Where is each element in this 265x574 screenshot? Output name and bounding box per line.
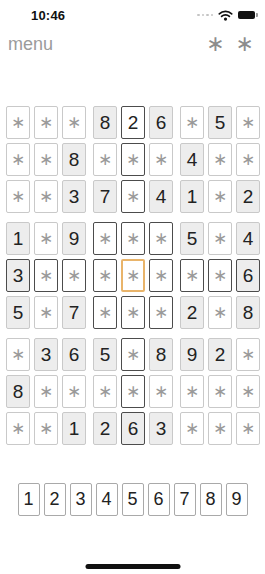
- cell-r3c3[interactable]: 3: [62, 180, 86, 213]
- cell-r5c9[interactable]: 6: [236, 259, 260, 292]
- cell-r9c1[interactable]: ∗: [6, 412, 30, 445]
- clock: 10:46: [31, 8, 65, 23]
- cell-r5c6[interactable]: ∗: [149, 259, 173, 292]
- cell-r3c5[interactable]: ∗: [121, 180, 145, 213]
- numpad-button-1[interactable]: 1: [18, 483, 40, 516]
- board-row-8: 8∗∗∗∗∗∗∗∗: [6, 375, 260, 408]
- cell-r2c8[interactable]: ∗: [208, 143, 232, 176]
- cell-r2c5[interactable]: ∗: [121, 143, 145, 176]
- cell-r5c8[interactable]: ∗: [208, 259, 232, 292]
- cell-r3c2[interactable]: ∗: [34, 180, 58, 213]
- cell-r5c7[interactable]: ∗: [180, 259, 204, 292]
- board-row-5: 3∗∗∗∗∗∗∗6: [6, 259, 260, 292]
- cell-r1c4[interactable]: 8: [93, 106, 117, 139]
- cell-r8c9[interactable]: ∗: [236, 375, 260, 408]
- lives-indicator: ∗∗: [206, 33, 254, 55]
- cell-r1c7[interactable]: ∗: [180, 106, 204, 139]
- cell-r6c6[interactable]: ∗: [149, 296, 173, 329]
- cell-r1c6[interactable]: 6: [149, 106, 173, 139]
- numpad-button-6[interactable]: 6: [148, 483, 170, 516]
- board-row-1: ∗∗∗826∗5∗: [6, 106, 260, 139]
- cell-r4c5[interactable]: ∗: [121, 222, 145, 255]
- cell-r1c8[interactable]: 5: [208, 106, 232, 139]
- cell-r5c4[interactable]: ∗: [93, 259, 117, 292]
- cell-r7c1[interactable]: ∗: [6, 338, 30, 371]
- top-bar: menu ∗∗: [8, 31, 254, 57]
- cell-r1c2[interactable]: ∗: [34, 106, 58, 139]
- cell-r4c6[interactable]: ∗: [149, 222, 173, 255]
- cell-r7c9[interactable]: ∗: [236, 338, 260, 371]
- cell-r2c6[interactable]: ∗: [149, 143, 173, 176]
- cell-r9c6[interactable]: 3: [149, 412, 173, 445]
- board-row-3: ∗∗37∗41∗2: [6, 180, 260, 213]
- wifi-icon: [218, 10, 233, 21]
- cell-r9c3[interactable]: 1: [62, 412, 86, 445]
- cell-r8c2[interactable]: ∗: [34, 375, 58, 408]
- cell-r2c2[interactable]: ∗: [34, 143, 58, 176]
- cell-r8c5[interactable]: ∗: [121, 375, 145, 408]
- board-row-2: ∗∗8∗∗∗4∗∗: [6, 143, 260, 176]
- cell-r5c5[interactable]: ∗: [121, 259, 145, 292]
- cell-r4c4[interactable]: ∗: [93, 222, 117, 255]
- cell-r8c6[interactable]: ∗: [149, 375, 173, 408]
- cell-r1c9[interactable]: ∗: [236, 106, 260, 139]
- cell-r7c6[interactable]: 8: [149, 338, 173, 371]
- cell-r7c7[interactable]: 9: [180, 338, 204, 371]
- numpad-button-8[interactable]: 8: [200, 483, 222, 516]
- board-row-7: ∗365∗892∗: [6, 338, 260, 371]
- cell-r9c7[interactable]: ∗: [180, 412, 204, 445]
- cell-r7c8[interactable]: 2: [208, 338, 232, 371]
- life-star-icon: ∗: [236, 33, 254, 55]
- cell-r4c1[interactable]: 1: [6, 222, 30, 255]
- cell-r3c7[interactable]: 1: [180, 180, 204, 213]
- cell-r6c4[interactable]: ∗: [93, 296, 117, 329]
- cell-r2c7[interactable]: 4: [180, 143, 204, 176]
- cell-r2c9[interactable]: ∗: [236, 143, 260, 176]
- menu-button[interactable]: menu: [8, 34, 53, 55]
- cell-r5c1[interactable]: 3: [6, 259, 30, 292]
- cell-r4c8[interactable]: ∗: [208, 222, 232, 255]
- sudoku-board: ∗∗∗826∗5∗∗∗8∗∗∗4∗∗∗∗37∗41∗21∗9∗∗∗5∗43∗∗∗…: [6, 106, 260, 445]
- cell-r1c1[interactable]: ∗: [6, 106, 30, 139]
- cell-r1c3[interactable]: ∗: [62, 106, 86, 139]
- cell-r9c5[interactable]: 6: [121, 412, 145, 445]
- cell-r6c2[interactable]: ∗: [34, 296, 58, 329]
- home-indicator[interactable]: [85, 564, 180, 569]
- numpad-button-7[interactable]: 7: [174, 483, 196, 516]
- cell-r4c2[interactable]: ∗: [34, 222, 58, 255]
- cell-r9c2[interactable]: ∗: [34, 412, 58, 445]
- cell-r5c2[interactable]: ∗: [34, 259, 58, 292]
- cell-r7c4[interactable]: 5: [93, 338, 117, 371]
- cell-r6c5[interactable]: ∗: [121, 296, 145, 329]
- cell-r9c9[interactable]: ∗: [236, 412, 260, 445]
- cell-r9c8[interactable]: ∗: [208, 412, 232, 445]
- numpad-button-4[interactable]: 4: [96, 483, 118, 516]
- board-row-9: ∗∗1263∗∗∗: [6, 412, 260, 445]
- cell-r7c3[interactable]: 6: [62, 338, 86, 371]
- cell-r6c7[interactable]: 2: [180, 296, 204, 329]
- cell-r7c5[interactable]: ∗: [121, 338, 145, 371]
- cell-r8c7[interactable]: ∗: [180, 375, 204, 408]
- numpad-button-2[interactable]: 2: [44, 483, 66, 516]
- board-row-4: 1∗9∗∗∗5∗4: [6, 222, 260, 255]
- cell-r4c7[interactable]: 5: [180, 222, 204, 255]
- cell-r8c8[interactable]: ∗: [208, 375, 232, 408]
- cell-r3c6[interactable]: 4: [149, 180, 173, 213]
- cell-r3c1[interactable]: ∗: [6, 180, 30, 213]
- cell-r8c3[interactable]: ∗: [62, 375, 86, 408]
- cell-r8c4[interactable]: ∗: [93, 375, 117, 408]
- cell-r3c8[interactable]: ∗: [208, 180, 232, 213]
- cell-r1c5[interactable]: 2: [121, 106, 145, 139]
- cell-r2c4[interactable]: ∗: [93, 143, 117, 176]
- life-star-icon: ∗: [206, 33, 224, 55]
- cell-r3c9[interactable]: 2: [236, 180, 260, 213]
- board-row-6: 5∗7∗∗∗2∗8: [6, 296, 260, 329]
- cell-r6c8[interactable]: ∗: [208, 296, 232, 329]
- numpad-button-9[interactable]: 9: [226, 483, 248, 516]
- cellular-signal-icon: [197, 14, 213, 17]
- cell-r3c4[interactable]: 7: [93, 180, 117, 213]
- cell-r5c3[interactable]: ∗: [62, 259, 86, 292]
- status-bar: 10:46: [0, 6, 265, 24]
- numpad-button-5[interactable]: 5: [122, 483, 144, 516]
- cell-r8c1[interactable]: 8: [6, 375, 30, 408]
- cell-r4c3[interactable]: 9: [62, 222, 86, 255]
- cell-r2c3[interactable]: 8: [62, 143, 86, 176]
- cell-r2c1[interactable]: ∗: [6, 143, 30, 176]
- cell-r6c9[interactable]: 8: [236, 296, 260, 329]
- cell-r6c1[interactable]: 5: [6, 296, 30, 329]
- numpad-button-3[interactable]: 3: [70, 483, 92, 516]
- cell-r4c9[interactable]: 4: [236, 222, 260, 255]
- cell-r9c4[interactable]: 2: [93, 412, 117, 445]
- number-pad: 123456789: [0, 483, 265, 516]
- battery-icon: [238, 11, 255, 20]
- cell-r7c2[interactable]: 3: [34, 338, 58, 371]
- cell-r6c3[interactable]: 7: [62, 296, 86, 329]
